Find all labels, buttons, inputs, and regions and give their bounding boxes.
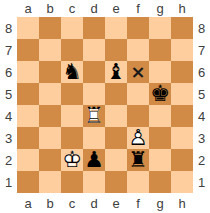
square-g2[interactable] xyxy=(149,149,171,171)
piece-outline-layer: ♖ xyxy=(84,105,104,127)
square-e3[interactable] xyxy=(105,127,127,149)
rank-label-left-4: 4 xyxy=(0,105,17,127)
rank-label-right-5: 5 xyxy=(193,83,210,105)
square-h2[interactable] xyxy=(171,149,193,171)
square-a8[interactable] xyxy=(17,17,39,39)
file-label-top-d: d xyxy=(83,0,105,17)
rank-label-left-3: 3 xyxy=(0,127,17,149)
corner-spacer xyxy=(0,0,17,17)
rank-label-right-2: 2 xyxy=(193,149,210,171)
square-d1[interactable] xyxy=(83,171,105,193)
rank-label-left-7: 7 xyxy=(0,39,17,61)
square-f3[interactable]: ♟♙ xyxy=(127,127,149,149)
square-d6[interactable] xyxy=(83,61,105,83)
square-c6[interactable]: ♞ xyxy=(61,61,83,83)
square-f8[interactable] xyxy=(127,17,149,39)
file-label-top-f: f xyxy=(127,0,149,17)
square-e4[interactable] xyxy=(105,105,127,127)
square-b6[interactable] xyxy=(39,61,61,83)
file-label-top-b: b xyxy=(39,0,61,17)
square-h5[interactable] xyxy=(171,83,193,105)
white-rook[interactable]: ♜♖ xyxy=(83,105,105,127)
black-king[interactable]: ♚ xyxy=(149,83,171,105)
file-label-bottom-f: f xyxy=(127,193,149,213)
square-g7[interactable] xyxy=(149,39,171,61)
rank-label-left-1: 1 xyxy=(0,171,17,193)
rank-label-right-7: 7 xyxy=(193,39,210,61)
rank-label-left-5: 5 xyxy=(0,83,17,105)
square-e8[interactable] xyxy=(105,17,127,39)
black-bishop[interactable]: ♝ xyxy=(105,61,127,83)
x-marker: × xyxy=(130,63,145,81)
piece-glyph: ♞ xyxy=(62,61,82,83)
file-label-bottom-g: g xyxy=(149,193,171,213)
square-f7[interactable] xyxy=(127,39,149,61)
square-d7[interactable] xyxy=(83,39,105,61)
square-b5[interactable] xyxy=(39,83,61,105)
square-d2[interactable]: ♟ xyxy=(83,149,105,171)
file-label-bottom-b: b xyxy=(39,193,61,213)
square-g5[interactable]: ♚ xyxy=(149,83,171,105)
square-h7[interactable] xyxy=(171,39,193,61)
rank-label-right-6: 6 xyxy=(193,61,210,83)
square-a4[interactable] xyxy=(17,105,39,127)
rank-label-right-3: 3 xyxy=(193,127,210,149)
square-d3[interactable] xyxy=(83,127,105,149)
square-b4[interactable] xyxy=(39,105,61,127)
square-c7[interactable] xyxy=(61,39,83,61)
square-c2[interactable]: ♚♔ xyxy=(61,149,83,171)
square-h6[interactable] xyxy=(171,61,193,83)
rank-label-right-8: 8 xyxy=(193,17,210,39)
square-c3[interactable] xyxy=(61,127,83,149)
square-a7[interactable] xyxy=(17,39,39,61)
black-knight[interactable]: ♞ xyxy=(61,61,83,83)
file-label-bottom-h: h xyxy=(171,193,193,213)
rank-label-right-4: 4 xyxy=(193,105,210,127)
file-label-top-e: e xyxy=(105,0,127,17)
square-b3[interactable] xyxy=(39,127,61,149)
rank-label-left-6: 6 xyxy=(0,61,17,83)
square-f2[interactable]: ♜ xyxy=(127,149,149,171)
square-h8[interactable] xyxy=(171,17,193,39)
piece-glyph: ♜ xyxy=(128,149,148,171)
piece-outline-layer: ♔ xyxy=(62,149,82,171)
piece-glyph: ♟ xyxy=(84,149,104,171)
piece-glyph: ♚ xyxy=(150,83,170,105)
square-e6[interactable]: ♝ xyxy=(105,61,127,83)
square-c4[interactable] xyxy=(61,105,83,127)
square-h3[interactable] xyxy=(171,127,193,149)
square-f5[interactable] xyxy=(127,83,149,105)
square-a6[interactable] xyxy=(17,61,39,83)
black-rook[interactable]: ♜ xyxy=(127,149,149,171)
file-label-bottom-e: e xyxy=(105,193,127,213)
square-g1[interactable] xyxy=(149,171,171,193)
square-d5[interactable] xyxy=(83,83,105,105)
square-a5[interactable] xyxy=(17,83,39,105)
square-b2[interactable] xyxy=(39,149,61,171)
rank-label-left-2: 2 xyxy=(0,149,17,171)
square-g6[interactable] xyxy=(149,61,171,83)
corner-spacer xyxy=(193,0,210,17)
square-b8[interactable] xyxy=(39,17,61,39)
file-label-top-a: a xyxy=(17,0,39,17)
square-g3[interactable] xyxy=(149,127,171,149)
file-label-bottom-c: c xyxy=(61,193,83,213)
square-f6[interactable]: × xyxy=(127,61,149,83)
square-c8[interactable] xyxy=(61,17,83,39)
corner-spacer xyxy=(193,193,210,213)
file-label-bottom-a: a xyxy=(17,193,39,213)
piece-glyph: ♝ xyxy=(106,61,126,83)
square-a3[interactable] xyxy=(17,127,39,149)
square-b7[interactable] xyxy=(39,39,61,61)
square-b1[interactable] xyxy=(39,171,61,193)
square-e5[interactable] xyxy=(105,83,127,105)
square-h4[interactable] xyxy=(171,105,193,127)
file-label-top-g: g xyxy=(149,0,171,17)
square-f1[interactable] xyxy=(127,171,149,193)
square-f4[interactable] xyxy=(127,105,149,127)
square-c1[interactable] xyxy=(61,171,83,193)
chess-board: abcdefgh88776♞♝×65♚54♜♖43♟♙32♚♔♟♜211abcd… xyxy=(0,0,210,213)
file-label-top-h: h xyxy=(171,0,193,17)
square-c5[interactable] xyxy=(61,83,83,105)
square-e7[interactable] xyxy=(105,39,127,61)
white-pawn[interactable]: ♟♙ xyxy=(127,127,149,149)
black-pawn[interactable]: ♟ xyxy=(83,149,105,171)
square-g8[interactable] xyxy=(149,17,171,39)
file-label-bottom-d: d xyxy=(83,193,105,213)
rank-label-right-1: 1 xyxy=(193,171,210,193)
square-a2[interactable] xyxy=(17,149,39,171)
square-g4[interactable] xyxy=(149,105,171,127)
square-e2[interactable] xyxy=(105,149,127,171)
rank-label-left-8: 8 xyxy=(0,17,17,39)
corner-spacer xyxy=(0,193,17,213)
square-d4[interactable]: ♜♖ xyxy=(83,105,105,127)
piece-outline-layer: ♙ xyxy=(128,127,148,149)
square-h1[interactable] xyxy=(171,171,193,193)
square-a1[interactable] xyxy=(17,171,39,193)
white-king[interactable]: ♚♔ xyxy=(61,149,83,171)
square-e1[interactable] xyxy=(105,171,127,193)
file-label-top-c: c xyxy=(61,0,83,17)
square-d8[interactable] xyxy=(83,17,105,39)
